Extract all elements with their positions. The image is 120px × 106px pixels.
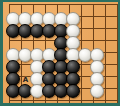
go-board[interactable]: A [3, 2, 118, 103]
white-stone [90, 84, 104, 98]
go-board-screenshot: A [0, 0, 120, 106]
black-stone [66, 84, 80, 98]
point-label-A[interactable]: A [22, 76, 29, 83]
